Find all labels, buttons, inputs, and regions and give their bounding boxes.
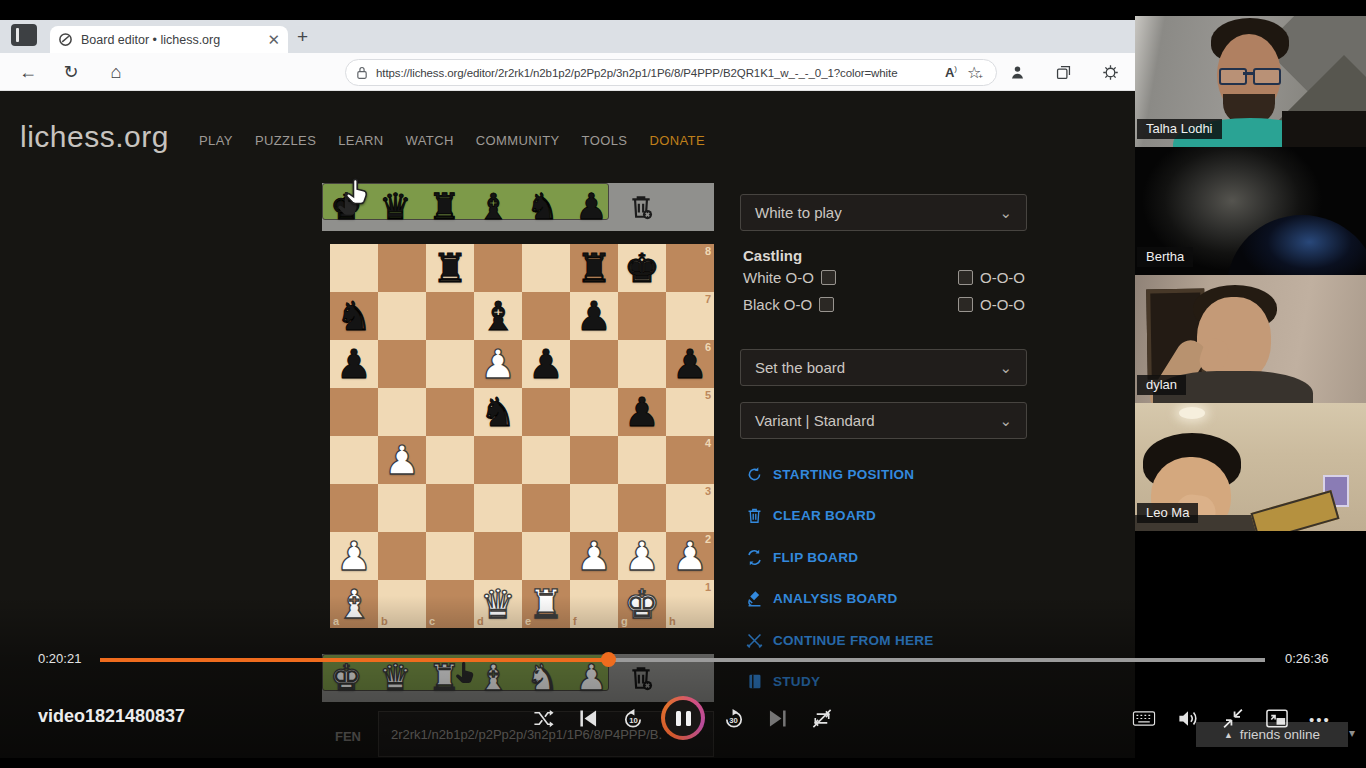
square-b4[interactable]: ♟ (378, 436, 426, 484)
action-continue-from-here[interactable]: CONTINUE FROM HERE (746, 630, 934, 650)
black-rook: ♜ (570, 244, 618, 292)
square-b8[interactable] (378, 244, 426, 292)
progress-playhead[interactable] (601, 652, 616, 667)
castling-row-white: White O-O O-O-O (743, 269, 1025, 286)
screen: Board editor • lichess.org ✕ + ← ↻ ⌂ htt… (0, 0, 1366, 768)
participant-name: Leo Ma (1137, 503, 1198, 523)
rewind-10-icon[interactable]: 10 (622, 707, 645, 730)
square-b7[interactable] (378, 292, 426, 340)
square-d6[interactable]: ♟ (474, 340, 522, 388)
shuffle-icon[interactable] (533, 707, 556, 730)
video-tile-leo[interactable]: Leo Ma (1135, 403, 1366, 531)
rank-label: 2 (705, 533, 711, 545)
castling-row-black: Black O-O O-O-O (743, 296, 1025, 313)
square-f4[interactable] (570, 436, 618, 484)
nav-learn[interactable]: LEARN (338, 133, 383, 148)
chevron-down-icon: ⌄ (999, 204, 1012, 222)
square-f5[interactable] (570, 388, 618, 436)
square-d5[interactable]: ♞ (474, 388, 522, 436)
square-a6[interactable]: ♟ (330, 340, 378, 388)
pause-button[interactable] (661, 696, 705, 740)
square-e8[interactable] (522, 244, 570, 292)
keyboard-icon[interactable] (1133, 707, 1156, 730)
back-icon[interactable]: ← (13, 53, 43, 91)
white-ooo-label: O-O-O (980, 269, 1025, 286)
action-flip-board[interactable]: FLIP BOARD (746, 547, 858, 567)
square-d3[interactable] (474, 484, 522, 532)
tab-favicon (58, 32, 73, 47)
white-oo-label: White O-O (743, 269, 814, 286)
square-e1[interactable]: ♜e (522, 580, 570, 628)
mouse-cursor (342, 176, 374, 208)
square-g5[interactable]: ♟ (618, 388, 666, 436)
friends-online-bar[interactable]: ▲ friends online (1196, 722, 1348, 747)
nav-watch[interactable]: WATCH (406, 133, 454, 148)
black-pawn: ♟ (570, 292, 618, 340)
time-total: 0:26:36 (1285, 651, 1328, 666)
square-a2[interactable]: ♟ (330, 532, 378, 580)
nav-tools[interactable]: TOOLS (582, 133, 628, 148)
file-label: h (669, 615, 676, 627)
square-h1[interactable]: h1 (666, 580, 714, 628)
rank-label: 8 (705, 245, 711, 257)
rank-label: 5 (705, 389, 711, 401)
new-tab-icon[interactable]: + (297, 26, 308, 48)
square-e7[interactable] (522, 292, 570, 340)
pause-icon (665, 700, 701, 736)
progress-fill (100, 658, 608, 663)
file-label: c (429, 615, 435, 627)
black-king: ♚ (618, 244, 666, 292)
read-aloud-icon[interactable]: A) (945, 65, 957, 80)
square-g1[interactable]: ♚g (618, 580, 666, 628)
white-pawn: ♟ (570, 532, 618, 580)
lock-icon (356, 65, 368, 80)
nav-donate[interactable]: DONATE (649, 133, 705, 148)
black-ooo-label: O-O-O (980, 296, 1025, 313)
svg-text:10: 10 (629, 716, 638, 725)
chess-board: ♜♜♚8♞♝♟7♟♟♟♟6♞♟5♟43♟♟♟♟2♝abc♛d♜ef♚gh1 (330, 244, 714, 628)
action-analysis-board[interactable]: ANALYSIS BOARD (746, 588, 897, 608)
svg-text:30: 30 (729, 716, 738, 725)
square-a4[interactable] (330, 436, 378, 484)
black-rook: ♜ (426, 244, 474, 292)
black-pawn: ♟ (618, 388, 666, 436)
tab-strip: Board editor • lichess.org ✕ + (0, 20, 1135, 53)
square-d2[interactable] (474, 532, 522, 580)
square-d8[interactable] (474, 244, 522, 292)
file-label: e (525, 615, 531, 627)
square-c3[interactable] (426, 484, 474, 532)
nav-community[interactable]: COMMUNITY (476, 133, 560, 148)
profile-icon[interactable] (1002, 53, 1032, 91)
castling-title: Castling (743, 247, 802, 264)
rank-label: 4 (705, 437, 711, 449)
square-e5[interactable] (522, 388, 570, 436)
square-h3[interactable]: 3 (666, 484, 714, 532)
video-title: video1821480837 (38, 706, 185, 727)
black-kingside-checkbox[interactable] (819, 297, 834, 312)
spare-queen-black[interactable]: ♛ (371, 183, 420, 231)
square-f8[interactable]: ♜ (570, 244, 618, 292)
square-a1[interactable]: ♝a (330, 580, 378, 628)
browser-window: Board editor • lichess.org ✕ + ← ↻ ⌂ htt… (0, 20, 1135, 758)
chevron-down-icon: ⌄ (999, 412, 1012, 430)
square-h2[interactable]: ♟2 (666, 532, 714, 580)
square-b5[interactable] (378, 388, 426, 436)
action-starting-position[interactable]: STARTING POSITION (746, 464, 914, 484)
square-h7[interactable]: 7 (666, 292, 714, 340)
square-b6[interactable] (378, 340, 426, 388)
square-h5[interactable]: 5 (666, 388, 714, 436)
browser-toolbar: ← ↻ ⌂ https://lichess.org/editor/2r2rk1/… (0, 53, 1135, 91)
square-b3[interactable] (378, 484, 426, 532)
previous-track-icon[interactable] (577, 707, 600, 730)
square-f7[interactable]: ♟ (570, 292, 618, 340)
white-pawn: ♟ (618, 532, 666, 580)
square-f3[interactable] (570, 484, 618, 532)
participant-name: Bertha (1137, 247, 1193, 267)
participant-name: dylan (1137, 375, 1186, 395)
square-g3[interactable] (618, 484, 666, 532)
fen-label: FEN (335, 729, 361, 744)
square-c8[interactable]: ♜ (426, 244, 474, 292)
friends-online-label: friends online (1240, 727, 1320, 742)
white-pawn: ♟ (474, 340, 522, 388)
white-kingside-checkbox[interactable] (821, 270, 836, 285)
black-pawn: ♟ (330, 340, 378, 388)
file-label: b (381, 615, 388, 627)
spare-bishop-black[interactable]: ♝ (469, 183, 518, 231)
repeat-off-icon[interactable] (811, 707, 834, 730)
url-text: https://lichess.org/editor/2r2rk1/n2b1p2… (376, 67, 935, 79)
black-knight: ♞ (330, 292, 378, 340)
refresh-icon[interactable]: ↻ (56, 53, 86, 91)
square-b2[interactable] (378, 532, 426, 580)
square-c7[interactable] (426, 292, 474, 340)
collapse-chevron-icon[interactable]: ▾ (1349, 726, 1355, 740)
participant-name: Talha Lodhi (1137, 119, 1222, 139)
black-knight: ♞ (474, 388, 522, 436)
black-queenside-checkbox[interactable] (958, 297, 973, 312)
set-board-value: Set the board (755, 359, 845, 376)
square-c1[interactable]: c (426, 580, 474, 628)
variant-select[interactable]: Variant | Standard⌄ (740, 402, 1027, 439)
square-f1[interactable]: f (570, 580, 618, 628)
square-c5[interactable] (426, 388, 474, 436)
settings-gear-icon[interactable] (1095, 53, 1125, 91)
spare-pieces-black: ♚♛♜♝♞♟ (322, 183, 714, 231)
video-tile-dylan[interactable]: dylan (1135, 275, 1366, 403)
tab-close-icon[interactable]: ✕ (267, 31, 280, 49)
video-tile-talha[interactable]: Talha Lodhi (1135, 16, 1366, 147)
chevron-down-icon: ⌄ (999, 359, 1012, 377)
square-e6[interactable]: ♟ (522, 340, 570, 388)
turn-select[interactable]: White to play⌄ (740, 194, 1027, 231)
video-tile-bertha[interactable]: Bertha (1135, 147, 1366, 275)
square-g6[interactable] (618, 340, 666, 388)
square-a8[interactable] (330, 244, 378, 292)
square-a5[interactable] (330, 388, 378, 436)
main-nav: PLAYPUZZLESLEARNWATCHCOMMUNITYTOOLSDONAT… (199, 133, 705, 148)
turn-select-value: White to play (755, 204, 842, 221)
rank-label: 6 (705, 341, 711, 353)
browser-tab[interactable]: Board editor • lichess.org ✕ (50, 26, 288, 53)
black-oo-label: Black O-O (743, 296, 812, 313)
workspace-icon[interactable] (11, 24, 37, 46)
favorite-star-icon[interactable]: ☆+ (967, 63, 986, 82)
white-pawn: ♟ (378, 436, 426, 484)
square-c6[interactable] (426, 340, 474, 388)
file-label: g (621, 615, 628, 627)
black-bishop: ♝ (474, 292, 522, 340)
square-g2[interactable]: ♟ (618, 532, 666, 580)
square-b1[interactable]: b (378, 580, 426, 628)
square-c4[interactable] (426, 436, 474, 484)
square-g8[interactable]: ♚ (618, 244, 666, 292)
home-icon[interactable]: ⌂ (101, 53, 131, 91)
spare-knight-black[interactable]: ♞ (518, 183, 567, 231)
spare-trash-black[interactable] (616, 183, 665, 231)
rank-label: 7 (705, 293, 711, 305)
square-h4[interactable]: 4 (666, 436, 714, 484)
square-e4[interactable] (522, 436, 570, 484)
progress-bar[interactable] (100, 658, 1265, 662)
nav-play[interactable]: PLAY (199, 133, 233, 148)
white-queenside-checkbox[interactable] (958, 270, 973, 285)
file-label: a (333, 615, 339, 627)
time-current: 0:20:21 (38, 651, 81, 666)
expand-up-icon: ▲ (1224, 730, 1233, 740)
black-pawn: ♟ (522, 340, 570, 388)
variant-value: Variant | Standard (755, 412, 875, 429)
next-track-icon[interactable] (767, 707, 790, 730)
spare-pawn-black[interactable]: ♟ (567, 183, 616, 231)
square-c2[interactable] (426, 532, 474, 580)
file-label: d (477, 615, 484, 627)
square-d4[interactable] (474, 436, 522, 484)
file-label: f (573, 615, 577, 627)
square-f2[interactable]: ♟ (570, 532, 618, 580)
action-clear-board[interactable]: CLEAR BOARD (746, 505, 876, 525)
rank-label: 3 (705, 485, 711, 497)
lichess-logo[interactable]: lichess.org (20, 120, 169, 154)
square-e3[interactable] (522, 484, 570, 532)
white-pawn: ♟ (330, 532, 378, 580)
square-h6[interactable]: ♟6 (666, 340, 714, 388)
square-a3[interactable] (330, 484, 378, 532)
rank-label: 1 (705, 581, 711, 593)
collections-icon[interactable] (1048, 53, 1078, 91)
square-h8[interactable]: 8 (666, 244, 714, 292)
nav-puzzles[interactable]: PUZZLES (255, 133, 316, 148)
spare-rook-black[interactable]: ♜ (420, 183, 469, 231)
participants-sidebar: Talha Lodhi Bertha dylan Leo Ma (1135, 0, 1366, 768)
square-g4[interactable] (618, 436, 666, 484)
tab-title: Board editor • lichess.org (81, 33, 261, 47)
address-bar[interactable]: https://lichess.org/editor/2r2rk1/n2b1p2… (345, 59, 997, 86)
square-f6[interactable] (570, 340, 618, 388)
set-board-select[interactable]: Set the board⌄ (740, 349, 1027, 386)
square-d1[interactable]: ♛d (474, 580, 522, 628)
forward-30-icon[interactable]: 30 (723, 707, 746, 730)
square-g7[interactable] (618, 292, 666, 340)
square-a7[interactable]: ♞ (330, 292, 378, 340)
square-e2[interactable] (522, 532, 570, 580)
square-d7[interactable]: ♝ (474, 292, 522, 340)
action-study[interactable]: STUDY (746, 671, 820, 691)
